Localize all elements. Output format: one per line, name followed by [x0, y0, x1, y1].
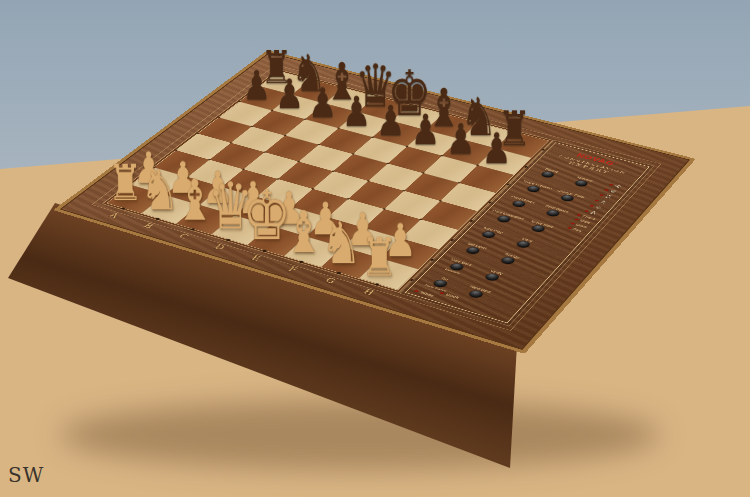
rank-led-hole — [409, 279, 414, 282]
piece-white-knight[interactable]: ♞ — [320, 214, 361, 272]
piece-black-pawn[interactable]: ♟ — [308, 82, 337, 123]
led-black — [440, 292, 444, 294]
rank-led-hole — [524, 166, 529, 168]
status-label: Mate — [579, 219, 591, 224]
key-button-print-board[interactable] — [545, 209, 561, 217]
led-king — [609, 184, 613, 186]
key-label: Auto Play — [476, 222, 513, 236]
key-solve-mate: Solve Mate — [515, 216, 563, 241]
file-label-b: B — [142, 222, 155, 229]
piece-black-pawn[interactable]: ♟ — [341, 91, 370, 132]
key-button-change-color[interactable] — [559, 194, 575, 202]
file-label-a: A — [107, 212, 120, 219]
key-button-auto-play[interactable] — [480, 230, 497, 239]
king-symbol-icon: ♔ — [613, 184, 623, 189]
setup-symbol-rook: ♖ — [598, 193, 613, 200]
file-label-h: H — [361, 288, 376, 297]
setup-symbol-bishop: ♗ — [593, 198, 608, 205]
status-label: Play — [572, 228, 583, 233]
rook-symbol-icon: ♖ — [603, 194, 613, 199]
file-label-g: G — [323, 276, 337, 284]
key-label: Change Color — [555, 186, 591, 199]
status-led-check: Check — [577, 213, 597, 220]
key-button-print-moves[interactable] — [511, 200, 527, 208]
key-sublabel: New Game — [424, 284, 448, 293]
rank-led-hole — [469, 220, 474, 223]
led-draw — [571, 222, 575, 224]
key-label: Verify — [479, 263, 517, 278]
setup-symbol-column: ♔♕♖♗♘♙CheckMateDrawPlay — [563, 181, 628, 234]
piece-white-bishop[interactable]: ♝ — [283, 203, 324, 260]
led-knight — [590, 205, 594, 207]
file-label-f: F — [286, 265, 299, 273]
rank-led-hole — [450, 239, 455, 242]
key-verify: Verify — [468, 263, 518, 290]
status-led-play: Play — [567, 226, 583, 232]
key-go: GoNew Game — [416, 270, 467, 297]
chess-computer: ♜♞♝♛♚♝♞♜♟♟♟♟♟♟♟♟♟♟♟♟♟♟♟♟♜♞♝♛♚♝♞♜ ABCDEFG… — [0, 0, 750, 497]
piece-black-pawn[interactable]: ♟ — [376, 99, 406, 141]
led-play — [568, 227, 572, 229]
led-check — [577, 214, 581, 216]
led-queen — [604, 189, 608, 191]
status-label: Draw — [575, 223, 588, 228]
queen-symbol-icon: ♕ — [608, 189, 618, 194]
led-rook — [599, 194, 603, 196]
chess-computer-top: ♜♞♝♛♚♝♞♜♟♟♟♟♟♟♟♟♟♟♟♟♟♟♟♟♜♞♝♛♚♝♞♜ ABCDEFG… — [53, 50, 696, 354]
key-button-print-evaluation[interactable] — [496, 215, 512, 223]
key-button-set-level[interactable] — [465, 246, 482, 255]
key-button-set-up[interactable] — [500, 256, 517, 265]
side-label: White — [420, 291, 435, 297]
piece-black-pawn[interactable]: ♟ — [242, 65, 271, 106]
piece-white-knight[interactable]: ♞ — [139, 162, 179, 218]
key-button-solve-mate[interactable] — [530, 224, 546, 233]
key-label: Easy — [510, 231, 547, 245]
key-button-take-back[interactable] — [448, 262, 465, 271]
key-label: Set Level — [460, 237, 497, 251]
key-print-moves: Print Moves — [496, 191, 543, 215]
key-label: Next Best — [463, 280, 501, 295]
piece-black-pawn[interactable]: ♟ — [481, 127, 511, 170]
piece-black-pawn[interactable]: ♟ — [445, 118, 475, 160]
key-change-color: Change Color — [544, 186, 591, 210]
knight-symbol-icon: ♘ — [593, 205, 603, 211]
side-to-move-leds: BlackWhite — [414, 283, 501, 315]
key-button-next-best[interactable] — [467, 289, 484, 299]
file-label-d: D — [212, 243, 226, 251]
key-label: Set Up — [495, 247, 532, 262]
status-led-mate: Mate — [574, 218, 591, 224]
key-label: Print Moves — [506, 192, 542, 205]
side-led-white: White — [414, 289, 496, 315]
key-set-up: Set Up — [484, 247, 533, 273]
key-button-go[interactable] — [432, 279, 449, 288]
key-take-back: Take BackRestore — [432, 253, 482, 279]
rank-led-hole — [430, 259, 435, 262]
file-label-c: C — [177, 233, 191, 241]
key-label: Solve Mate — [525, 216, 562, 230]
setup-symbol-king: ♔ — [608, 182, 623, 189]
setup-symbol-pawn: ♙ — [584, 209, 599, 216]
key-auto-play: Auto Play — [465, 222, 514, 247]
status-led-draw: Draw — [570, 222, 588, 229]
led-mate — [575, 218, 579, 220]
bishop-symbol-icon: ♗ — [598, 199, 608, 204]
registered-mark: ® — [614, 162, 619, 165]
piece-white-rook[interactable]: ♜ — [360, 231, 397, 283]
piece-black-pawn[interactable]: ♟ — [410, 108, 440, 150]
key-print-evaluation: Print Evaluation — [480, 206, 528, 230]
photographer-watermark: SW — [8, 463, 44, 487]
piece-white-rook[interactable]: ♜ — [107, 158, 143, 208]
setup-symbol-knight: ♘ — [589, 203, 604, 210]
key-set-level: Set Level — [449, 237, 498, 263]
pawn-symbol-icon: ♙ — [588, 210, 598, 216]
key-label: Go — [428, 270, 466, 285]
status-label: Check — [582, 215, 597, 221]
key-button-verify[interactable] — [484, 272, 501, 281]
led-white — [414, 290, 418, 292]
key-sublabel: Restore — [444, 268, 461, 275]
key-label: Take Back — [444, 253, 482, 268]
key-easy: Easy — [499, 231, 548, 256]
piece-black-pawn[interactable]: ♟ — [275, 73, 304, 114]
key-next-best: Next Best — [451, 280, 502, 307]
setup-symbol-queen: ♕ — [603, 188, 618, 195]
key-button-easy[interactable] — [515, 240, 532, 249]
key-label: Print Board — [540, 201, 576, 215]
rank-led-hole — [506, 183, 511, 186]
key-print-board: Print Board — [530, 201, 577, 225]
key-label: Print Evaluation — [491, 207, 527, 221]
file-label-e: E — [249, 254, 262, 262]
key-button-trace-forward[interactable] — [526, 185, 542, 193]
rank-led-hole — [488, 201, 493, 204]
led-pawn — [585, 210, 589, 212]
led-bishop — [595, 199, 599, 201]
side-label: Black — [445, 293, 460, 299]
photo-scene: ♜♞♝♛♚♝♞♜♟♟♟♟♟♟♟♟♟♟♟♟♟♟♟♟♜♞♝♛♚♝♞♜ ABCDEFG… — [0, 0, 750, 497]
rank-led-hole — [541, 149, 546, 151]
side-led-black: Black — [439, 291, 499, 311]
